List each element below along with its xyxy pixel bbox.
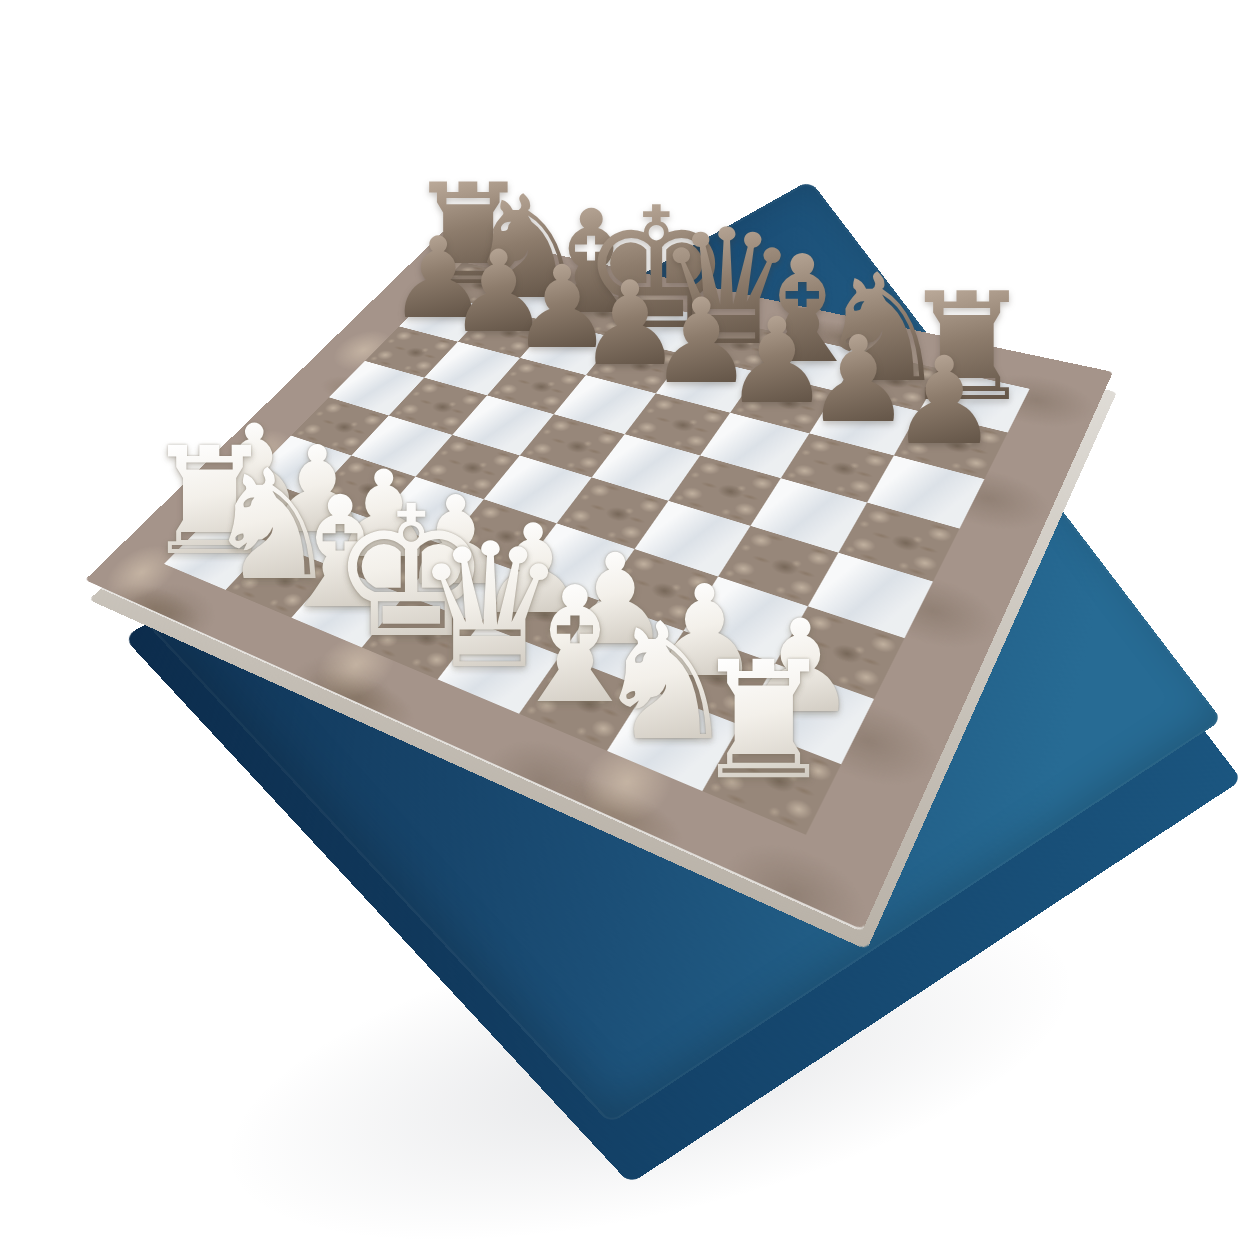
pieces-layer: ♜♞♝♛♚♝♞♜♟♟♟♟♟♟♟♟♟♟♟♟♟♟♟♟♜♞♝♛♚♝♞♜ bbox=[0, 0, 1250, 1250]
piece-white-rook-a1[interactable]: ♜ bbox=[691, 640, 836, 802]
piece-grey-pawn-a7[interactable]: ♟ bbox=[890, 341, 998, 462]
product-photo-scene: ♜♞♝♛♚♝♞♜♟♟♟♟♟♟♟♟♟♟♟♟♟♟♟♟♜♞♝♛♚♝♞♜ White m… bbox=[0, 0, 1250, 1250]
